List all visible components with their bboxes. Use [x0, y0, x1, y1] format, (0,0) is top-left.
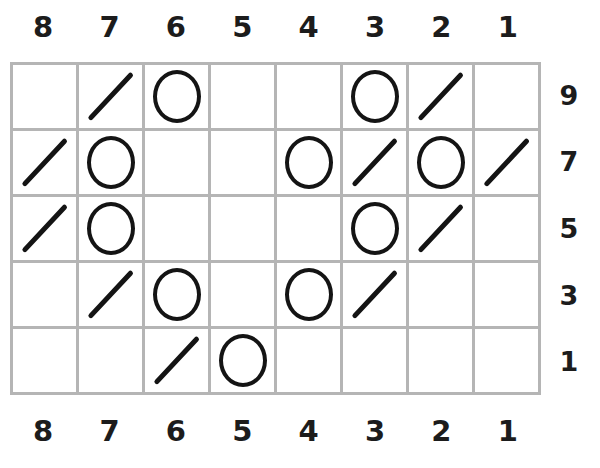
cell-c2-r1: [409, 329, 472, 392]
bottom-col-label-3: 3: [342, 406, 408, 456]
cell-c2-r9: [409, 65, 472, 128]
cell-c3-r1: [343, 329, 406, 392]
cell-c1-r7: [475, 131, 538, 194]
cell-c2-r3: [409, 263, 472, 326]
top-col-label-1: 1: [475, 2, 541, 52]
knitting-chart: 87654321 97531 87654321: [0, 0, 600, 468]
cell-c8-r1: [13, 329, 76, 392]
right-row-labels: 97531: [541, 62, 597, 395]
cell-c6-r9: [145, 65, 208, 128]
bottom-col-label-2: 2: [408, 406, 474, 456]
yarn-over-circle-icon: [285, 268, 333, 321]
cell-c5-r5: [211, 197, 274, 260]
decrease-slash-icon: [87, 72, 133, 121]
bottom-col-label-5: 5: [209, 406, 275, 456]
bottom-col-label-6: 6: [143, 406, 209, 456]
yarn-over-circle-icon: [417, 136, 465, 189]
cell-c1-r9: [475, 65, 538, 128]
cell-c8-r9: [13, 65, 76, 128]
decrease-slash-icon: [21, 138, 67, 187]
cell-c3-r7: [343, 131, 406, 194]
top-col-label-3: 3: [342, 2, 408, 52]
yarn-over-circle-icon: [285, 136, 333, 189]
decrease-slash-icon: [417, 204, 463, 253]
cell-c4-r9: [277, 65, 340, 128]
top-col-label-4: 4: [276, 2, 342, 52]
cell-c8-r3: [13, 263, 76, 326]
row-label-3: 3: [541, 262, 597, 329]
bottom-col-label-7: 7: [76, 406, 142, 456]
yarn-over-circle-icon: [153, 70, 201, 123]
cell-c8-r5: [13, 197, 76, 260]
row-label-9: 9: [541, 62, 597, 129]
decrease-slash-icon: [351, 270, 397, 319]
decrease-slash-icon: [417, 72, 463, 121]
cell-c5-r9: [211, 65, 274, 128]
cell-c4-r1: [277, 329, 340, 392]
decrease-slash-icon: [483, 138, 529, 187]
row-label-5: 5: [541, 195, 597, 262]
cell-c7-r3: [79, 263, 142, 326]
cell-c7-r1: [79, 329, 142, 392]
row-label-7: 7: [541, 129, 597, 196]
yarn-over-circle-icon: [153, 268, 201, 321]
top-col-label-6: 6: [143, 2, 209, 52]
cell-c3-r3: [343, 263, 406, 326]
cell-c4-r5: [277, 197, 340, 260]
yarn-over-circle-icon: [351, 202, 399, 255]
cell-c1-r5: [475, 197, 538, 260]
cell-c6-r1: [145, 329, 208, 392]
decrease-slash-icon: [87, 270, 133, 319]
top-col-label-2: 2: [408, 2, 474, 52]
bottom-col-label-4: 4: [276, 406, 342, 456]
cell-c7-r9: [79, 65, 142, 128]
cell-c8-r7: [13, 131, 76, 194]
yarn-over-circle-icon: [87, 136, 135, 189]
cell-c7-r7: [79, 131, 142, 194]
yarn-over-circle-icon: [87, 202, 135, 255]
bottom-column-labels: 87654321: [10, 406, 541, 456]
cell-c3-r9: [343, 65, 406, 128]
decrease-slash-icon: [153, 336, 199, 385]
bottom-col-label-8: 8: [10, 406, 76, 456]
cell-c5-r7: [211, 131, 274, 194]
cell-c4-r7: [277, 131, 340, 194]
yarn-over-circle-icon: [219, 334, 267, 387]
cell-c6-r5: [145, 197, 208, 260]
cell-c5-r3: [211, 263, 274, 326]
cell-c5-r1: [211, 329, 274, 392]
top-col-label-8: 8: [10, 2, 76, 52]
decrease-slash-icon: [351, 138, 397, 187]
board: [10, 62, 541, 395]
cell-c6-r7: [145, 131, 208, 194]
cell-c7-r5: [79, 197, 142, 260]
top-col-label-7: 7: [76, 2, 142, 52]
cell-c1-r3: [475, 263, 538, 326]
top-col-label-5: 5: [209, 2, 275, 52]
yarn-over-circle-icon: [351, 70, 399, 123]
cell-c6-r3: [145, 263, 208, 326]
decrease-slash-icon: [21, 204, 67, 253]
cell-c2-r7: [409, 131, 472, 194]
cell-c2-r5: [409, 197, 472, 260]
cell-c1-r1: [475, 329, 538, 392]
cell-c3-r5: [343, 197, 406, 260]
bottom-col-label-1: 1: [475, 406, 541, 456]
row-label-1: 1: [541, 328, 597, 395]
cell-c4-r3: [277, 263, 340, 326]
top-column-labels: 87654321: [10, 2, 541, 52]
